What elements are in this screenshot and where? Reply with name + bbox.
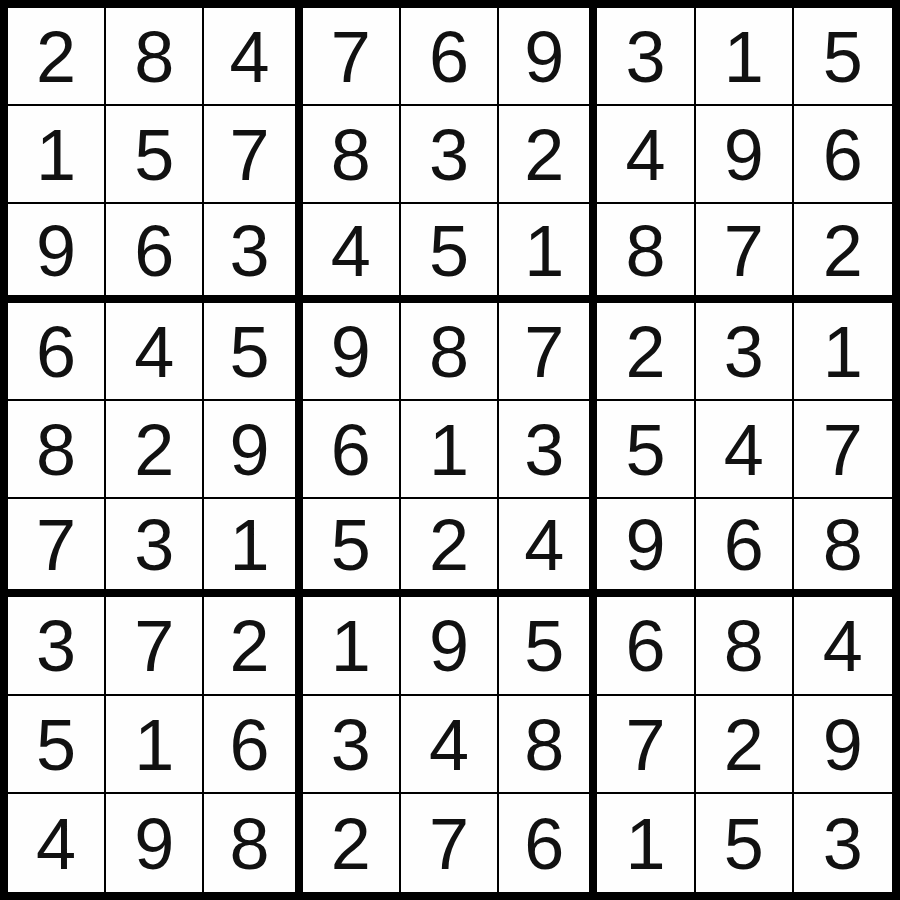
cell-digit: 6 bbox=[36, 316, 76, 388]
cell-digit: 4 bbox=[36, 808, 76, 880]
cell-digit: 6 bbox=[724, 509, 764, 581]
cell-r7c8[interactable]: 8 bbox=[696, 597, 794, 695]
cell-r6c6[interactable]: 4 bbox=[499, 499, 597, 597]
cell-digit: 8 bbox=[230, 808, 270, 880]
cell-r6c3[interactable]: 1 bbox=[204, 499, 302, 597]
cell-r9c4[interactable]: 2 bbox=[303, 794, 401, 892]
cell-digit: 7 bbox=[429, 808, 469, 880]
cell-digit: 6 bbox=[230, 709, 270, 781]
cell-r4c2[interactable]: 4 bbox=[106, 303, 204, 401]
cell-digit: 4 bbox=[230, 21, 270, 93]
cell-digit: 9 bbox=[625, 509, 665, 581]
cell-r8c2[interactable]: 1 bbox=[106, 696, 204, 794]
cell-r1c2[interactable]: 8 bbox=[106, 8, 204, 106]
cell-r4c5[interactable]: 8 bbox=[401, 303, 499, 401]
cell-digit: 5 bbox=[524, 610, 564, 682]
cell-r5c5[interactable]: 1 bbox=[401, 401, 499, 499]
cell-digit: 7 bbox=[36, 509, 76, 581]
cell-digit: 5 bbox=[331, 509, 371, 581]
cell-r2c1[interactable]: 1 bbox=[8, 106, 106, 204]
cell-digit: 3 bbox=[625, 21, 665, 93]
cell-digit: 8 bbox=[134, 21, 174, 93]
cell-r1c9[interactable]: 5 bbox=[794, 8, 892, 106]
cell-r3c2[interactable]: 6 bbox=[106, 204, 204, 302]
cell-r6c2[interactable]: 3 bbox=[106, 499, 204, 597]
cell-r3c7[interactable]: 8 bbox=[597, 204, 695, 302]
cell-r9c3[interactable]: 8 bbox=[204, 794, 302, 892]
cell-digit: 3 bbox=[823, 808, 863, 880]
cell-r4c4[interactable]: 9 bbox=[303, 303, 401, 401]
cell-r2c5[interactable]: 3 bbox=[401, 106, 499, 204]
cell-digit: 5 bbox=[823, 21, 863, 93]
cell-r4c6[interactable]: 7 bbox=[499, 303, 597, 401]
cell-r2c6[interactable]: 2 bbox=[499, 106, 597, 204]
cell-r8c3[interactable]: 6 bbox=[204, 696, 302, 794]
cell-digit: 5 bbox=[625, 414, 665, 486]
cell-digit: 6 bbox=[331, 414, 371, 486]
cell-digit: 2 bbox=[724, 709, 764, 781]
cell-digit: 1 bbox=[625, 808, 665, 880]
cell-digit: 9 bbox=[36, 215, 76, 287]
cell-digit: 2 bbox=[230, 610, 270, 682]
cell-digit: 3 bbox=[429, 119, 469, 191]
cell-r7c4[interactable]: 1 bbox=[303, 597, 401, 695]
cell-r8c6[interactable]: 8 bbox=[499, 696, 597, 794]
cell-digit: 2 bbox=[625, 316, 665, 388]
cell-digit: 1 bbox=[230, 509, 270, 581]
cell-r7c9[interactable]: 4 bbox=[794, 597, 892, 695]
cell-digit: 9 bbox=[823, 709, 863, 781]
cell-r1c8[interactable]: 1 bbox=[696, 8, 794, 106]
cell-digit: 7 bbox=[724, 215, 764, 287]
cell-r5c9[interactable]: 7 bbox=[794, 401, 892, 499]
cell-r2c7[interactable]: 4 bbox=[597, 106, 695, 204]
cell-r7c1[interactable]: 3 bbox=[8, 597, 106, 695]
cell-r4c9[interactable]: 1 bbox=[794, 303, 892, 401]
sudoku-board: 2847693151578324969634518726459872318296… bbox=[0, 0, 900, 900]
cell-r5c2[interactable]: 2 bbox=[106, 401, 204, 499]
cell-digit: 4 bbox=[625, 119, 665, 191]
cell-r3c9[interactable]: 2 bbox=[794, 204, 892, 302]
cell-r5c6[interactable]: 3 bbox=[499, 401, 597, 499]
cell-r8c9[interactable]: 9 bbox=[794, 696, 892, 794]
cell-digit: 7 bbox=[331, 21, 371, 93]
cell-digit: 4 bbox=[429, 709, 469, 781]
cell-r4c8[interactable]: 3 bbox=[696, 303, 794, 401]
cell-digit: 6 bbox=[625, 610, 665, 682]
cell-r2c2[interactable]: 5 bbox=[106, 106, 204, 204]
cell-r5c8[interactable]: 4 bbox=[696, 401, 794, 499]
cell-digit: 3 bbox=[724, 316, 764, 388]
cell-r9c6[interactable]: 6 bbox=[499, 794, 597, 892]
cell-digit: 3 bbox=[230, 215, 270, 287]
cell-r9c5[interactable]: 7 bbox=[401, 794, 499, 892]
cell-digit: 6 bbox=[134, 215, 174, 287]
cell-r2c8[interactable]: 9 bbox=[696, 106, 794, 204]
cell-digit: 5 bbox=[724, 808, 764, 880]
cell-digit: 8 bbox=[524, 709, 564, 781]
cell-r7c2[interactable]: 7 bbox=[106, 597, 204, 695]
cell-digit: 3 bbox=[331, 709, 371, 781]
cell-digit: 5 bbox=[429, 215, 469, 287]
cell-r2c3[interactable]: 7 bbox=[204, 106, 302, 204]
cell-r6c5[interactable]: 2 bbox=[401, 499, 499, 597]
cell-digit: 1 bbox=[724, 21, 764, 93]
cell-r1c1[interactable]: 2 bbox=[8, 8, 106, 106]
cell-digit: 7 bbox=[625, 709, 665, 781]
cell-r9c8[interactable]: 5 bbox=[696, 794, 794, 892]
cell-digit: 4 bbox=[823, 610, 863, 682]
cell-digit: 8 bbox=[331, 119, 371, 191]
cell-digit: 3 bbox=[134, 509, 174, 581]
cell-r3c3[interactable]: 3 bbox=[204, 204, 302, 302]
cell-digit: 3 bbox=[36, 610, 76, 682]
cell-r3c4[interactable]: 4 bbox=[303, 204, 401, 302]
cell-r5c3[interactable]: 9 bbox=[204, 401, 302, 499]
cell-digit: 2 bbox=[331, 808, 371, 880]
cell-r5c1[interactable]: 8 bbox=[8, 401, 106, 499]
cell-r4c7[interactable]: 2 bbox=[597, 303, 695, 401]
cell-digit: 3 bbox=[524, 414, 564, 486]
cell-r5c4[interactable]: 6 bbox=[303, 401, 401, 499]
cell-digit: 6 bbox=[524, 808, 564, 880]
cell-digit: 9 bbox=[134, 808, 174, 880]
cell-r1c7[interactable]: 3 bbox=[597, 8, 695, 106]
cell-r8c7[interactable]: 7 bbox=[597, 696, 695, 794]
cell-digit: 6 bbox=[429, 21, 469, 93]
cell-r5c7[interactable]: 5 bbox=[597, 401, 695, 499]
cell-r8c8[interactable]: 2 bbox=[696, 696, 794, 794]
cell-r8c1[interactable]: 5 bbox=[8, 696, 106, 794]
cell-r1c4[interactable]: 7 bbox=[303, 8, 401, 106]
cell-digit: 8 bbox=[625, 215, 665, 287]
cell-r7c7[interactable]: 6 bbox=[597, 597, 695, 695]
cell-digit: 1 bbox=[429, 414, 469, 486]
cell-digit: 2 bbox=[134, 414, 174, 486]
cell-digit: 4 bbox=[724, 414, 764, 486]
cell-digit: 9 bbox=[230, 414, 270, 486]
cell-r4c3[interactable]: 5 bbox=[204, 303, 302, 401]
cell-digit: 1 bbox=[524, 215, 564, 287]
cell-digit: 5 bbox=[230, 316, 270, 388]
cell-digit: 7 bbox=[823, 414, 863, 486]
cell-digit: 5 bbox=[36, 709, 76, 781]
cell-r2c9[interactable]: 6 bbox=[794, 106, 892, 204]
cell-r3c6[interactable]: 1 bbox=[499, 204, 597, 302]
cell-r6c9[interactable]: 8 bbox=[794, 499, 892, 597]
cell-digit: 7 bbox=[230, 119, 270, 191]
cell-r6c8[interactable]: 6 bbox=[696, 499, 794, 597]
cell-r6c4[interactable]: 5 bbox=[303, 499, 401, 597]
cell-r1c5[interactable]: 6 bbox=[401, 8, 499, 106]
cell-r9c9[interactable]: 3 bbox=[794, 794, 892, 892]
cell-digit: 8 bbox=[724, 610, 764, 682]
cell-digit: 9 bbox=[724, 119, 764, 191]
cell-r6c7[interactable]: 9 bbox=[597, 499, 695, 597]
cell-digit: 7 bbox=[524, 316, 564, 388]
cell-r8c5[interactable]: 4 bbox=[401, 696, 499, 794]
cell-digit: 4 bbox=[134, 316, 174, 388]
cell-digit: 1 bbox=[134, 709, 174, 781]
cell-r7c5[interactable]: 9 bbox=[401, 597, 499, 695]
cell-r6c1[interactable]: 7 bbox=[8, 499, 106, 597]
cell-digit: 4 bbox=[331, 215, 371, 287]
cell-digit: 1 bbox=[823, 316, 863, 388]
cell-r4c1[interactable]: 6 bbox=[8, 303, 106, 401]
cell-r3c5[interactable]: 5 bbox=[401, 204, 499, 302]
cell-r3c8[interactable]: 7 bbox=[696, 204, 794, 302]
cell-digit: 2 bbox=[429, 509, 469, 581]
cell-digit: 7 bbox=[134, 610, 174, 682]
cell-r7c3[interactable]: 2 bbox=[204, 597, 302, 695]
cell-digit: 6 bbox=[823, 119, 863, 191]
cell-r1c6[interactable]: 9 bbox=[499, 8, 597, 106]
cell-digit: 8 bbox=[429, 316, 469, 388]
cell-r2c4[interactable]: 8 bbox=[303, 106, 401, 204]
cell-digit: 9 bbox=[524, 21, 564, 93]
cell-r9c1[interactable]: 4 bbox=[8, 794, 106, 892]
cell-digit: 2 bbox=[524, 119, 564, 191]
cell-r3c1[interactable]: 9 bbox=[8, 204, 106, 302]
cell-digit: 1 bbox=[36, 119, 76, 191]
cell-digit: 8 bbox=[823, 509, 863, 581]
cell-r1c3[interactable]: 4 bbox=[204, 8, 302, 106]
cell-digit: 2 bbox=[36, 21, 76, 93]
cell-digit: 2 bbox=[823, 215, 863, 287]
cell-r9c7[interactable]: 1 bbox=[597, 794, 695, 892]
cell-digit: 9 bbox=[331, 316, 371, 388]
cell-r7c6[interactable]: 5 bbox=[499, 597, 597, 695]
cell-digit: 9 bbox=[429, 610, 469, 682]
cell-digit: 8 bbox=[36, 414, 76, 486]
cell-digit: 5 bbox=[134, 119, 174, 191]
cell-r8c4[interactable]: 3 bbox=[303, 696, 401, 794]
cell-r9c2[interactable]: 9 bbox=[106, 794, 204, 892]
cell-digit: 4 bbox=[524, 509, 564, 581]
cell-digit: 1 bbox=[331, 610, 371, 682]
